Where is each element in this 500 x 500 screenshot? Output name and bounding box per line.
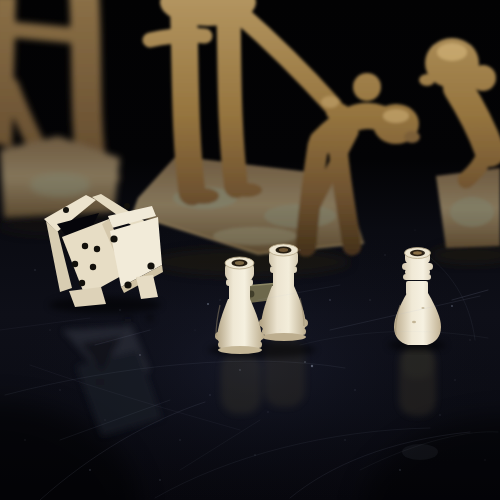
small-head [353,73,381,101]
photograph-scene: Glossy black tabletop with scratches, du… [0,0,500,500]
single-barrel-reflection [399,346,436,416]
dominoes-shadow [49,297,161,313]
scene-canvas: Glossy black tabletop with scratches, du… [0,0,500,500]
